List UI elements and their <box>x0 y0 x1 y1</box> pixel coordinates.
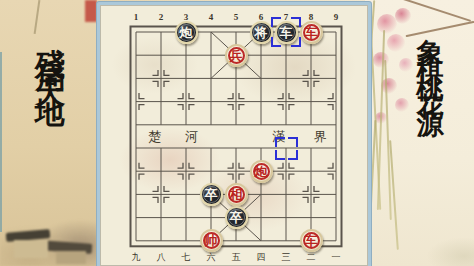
file-label-bottom-6: 四 <box>254 251 268 264</box>
file-label-bottom-2: 八 <box>154 251 168 264</box>
board-panel: 楚河 漢界 123456789 九八七六五四三二一 炮将车车兵炮卒相卒帅车 <box>97 2 371 266</box>
river-label-right: 漢界 <box>272 128 356 146</box>
piece-red-cannon[interactable]: 炮 <box>250 160 273 183</box>
piece-red-general[interactable]: 帅 <box>200 229 223 252</box>
file-label-top-9: 9 <box>329 12 343 22</box>
twig-art <box>404 226 474 266</box>
file-label-top-4: 4 <box>204 12 218 22</box>
piece-red-elephant[interactable]: 相 <box>225 183 248 206</box>
file-label-top-1: 1 <box>129 12 143 22</box>
village-painting-art <box>0 202 97 266</box>
left-decor-panel: 殘局天地 <box>0 0 97 266</box>
piece-red-soldier[interactable]: 兵 <box>225 44 248 67</box>
file-label-bottom-4: 六 <box>204 251 218 264</box>
xiangqi-endgame-screenshot: 殘局天地 象棋桃花源 楚河 漢界 123456789 九八七六五四三二一 炮将车… <box>0 0 474 266</box>
file-label-bottom-7: 三 <box>279 251 293 264</box>
right-title: 象棋桃花源 <box>412 17 448 107</box>
file-label-bottom-9: 一 <box>329 251 343 264</box>
file-label-bottom-1: 九 <box>129 251 143 264</box>
file-label-bottom-3: 七 <box>179 251 193 264</box>
file-label-top-2: 2 <box>154 12 168 22</box>
piece-black-soldier[interactable]: 卒 <box>200 183 223 206</box>
file-label-top-5: 5 <box>229 12 243 22</box>
piece-black-soldier[interactable]: 卒 <box>225 206 248 229</box>
file-label-bottom-5: 五 <box>229 251 243 264</box>
piece-red-chariot[interactable]: 车 <box>300 21 323 44</box>
piece-black-cannon[interactable]: 炮 <box>175 21 198 44</box>
piece-black-general[interactable]: 将 <box>250 21 273 44</box>
file-label-bottom-8: 二 <box>304 251 318 264</box>
river-label-left: 楚河 <box>148 128 222 146</box>
red-flower-art <box>85 0 97 22</box>
right-decor-panel: 象棋桃花源 <box>365 0 474 266</box>
left-title: 殘局天地 <box>29 24 70 88</box>
piece-black-chariot[interactable]: 车 <box>275 21 298 44</box>
piece-red-chariot[interactable]: 车 <box>300 229 323 252</box>
